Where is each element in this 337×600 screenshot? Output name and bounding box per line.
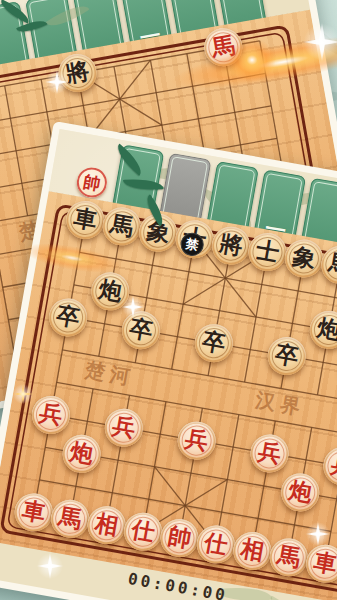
piece-character: 炮	[315, 312, 337, 347]
piece-character: 將	[63, 55, 91, 90]
game-screen: 菜单音乐声音一阶悔棋先手 楚河 汉界 將馬 帥 菜单音乐禁声音一阶悔棋 楚河 汉…	[0, 0, 337, 600]
board-wood-fg[interactable]: 楚河 汉界 車馬象士將士象馬車炮炮卒卒卒卒卒兵兵兵兵兵炮炮車馬相仕帥仕相馬車	[0, 191, 337, 600]
piece-character: 馬	[56, 501, 84, 536]
piece-character: 相	[93, 507, 121, 542]
piece-character: 帥	[166, 520, 194, 555]
piece-character: 兵	[183, 422, 211, 457]
piece-character: 兵	[110, 410, 138, 445]
piece-character: 兵	[329, 448, 337, 483]
piece-character: 象	[144, 215, 172, 250]
piece-character: 馬	[108, 208, 136, 243]
piece-character: 兵	[37, 397, 65, 432]
piece-character: 卒	[273, 338, 301, 373]
piece-character: 炮	[286, 474, 314, 509]
piece-character: 將	[217, 227, 245, 262]
piece-character: 炮	[68, 436, 96, 471]
piece-character: 馬	[327, 247, 337, 282]
piece-character: 卒	[54, 299, 82, 334]
piece-character: 仕	[202, 526, 230, 561]
piece-character: 士	[254, 234, 282, 269]
piece-character: 卒	[200, 325, 228, 360]
piece-character: 馬	[275, 539, 303, 574]
piece-character: 相	[239, 533, 267, 568]
piece-character: 象	[290, 240, 318, 275]
menu-tiles-bg: 菜单音乐声音一阶悔棋先手	[0, 0, 299, 16]
piece-character: 馬	[209, 29, 237, 64]
foreground-board-card[interactable]: 帥 菜单音乐禁声音一阶悔棋 楚河 汉界 車馬象士將士象馬車炮炮卒卒卒卒卒兵兵兵兵…	[0, 121, 337, 600]
piece-character: 炮	[96, 273, 124, 308]
piece-character: 車	[311, 546, 337, 581]
piece-character: 車	[71, 202, 99, 237]
piece-character: 卒	[127, 312, 155, 347]
piece-character: 仕	[129, 513, 157, 548]
piece-character: 兵	[256, 435, 284, 470]
piece-character: 車	[20, 494, 48, 529]
